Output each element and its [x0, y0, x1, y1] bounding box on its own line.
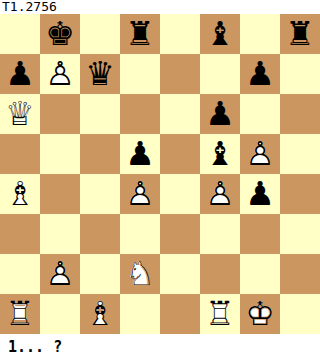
square-e2[interactable] — [160, 254, 200, 294]
square-g2[interactable] — [240, 254, 280, 294]
square-b1[interactable] — [40, 294, 80, 334]
square-h4[interactable] — [280, 174, 320, 214]
white-pawn: ♟♙ — [40, 254, 80, 294]
square-a3[interactable] — [0, 214, 40, 254]
black-bishop: ♝ — [200, 134, 240, 174]
square-d7[interactable] — [120, 54, 160, 94]
square-e1[interactable] — [160, 294, 200, 334]
square-b5[interactable] — [40, 134, 80, 174]
square-h7[interactable] — [280, 54, 320, 94]
square-b7[interactable]: ♟♙ — [40, 54, 80, 94]
square-f6[interactable]: ♟ — [200, 94, 240, 134]
white-pawn: ♟♙ — [120, 174, 160, 214]
white-knight: ♞♘ — [120, 254, 160, 294]
white-king: ♚♔ — [240, 294, 280, 334]
square-a1[interactable]: ♜♖ — [0, 294, 40, 334]
square-f4[interactable]: ♟♙ — [200, 174, 240, 214]
square-a2[interactable] — [0, 254, 40, 294]
square-e6[interactable] — [160, 94, 200, 134]
square-g4[interactable]: ♟ — [240, 174, 280, 214]
white-rook: ♜♖ — [200, 294, 240, 334]
black-rook: ♜ — [120, 14, 160, 54]
square-a8[interactable] — [0, 14, 40, 54]
square-e7[interactable] — [160, 54, 200, 94]
square-d2[interactable]: ♞♘ — [120, 254, 160, 294]
square-g8[interactable] — [240, 14, 280, 54]
black-king: ♚ — [40, 14, 80, 54]
square-h1[interactable] — [280, 294, 320, 334]
square-h5[interactable] — [280, 134, 320, 174]
square-c4[interactable] — [80, 174, 120, 214]
white-pawn: ♟♙ — [200, 174, 240, 214]
square-g3[interactable] — [240, 214, 280, 254]
square-a7[interactable]: ♟ — [0, 54, 40, 94]
square-c3[interactable] — [80, 214, 120, 254]
square-d3[interactable] — [120, 214, 160, 254]
square-h2[interactable] — [280, 254, 320, 294]
square-b3[interactable] — [40, 214, 80, 254]
square-g1[interactable]: ♚♔ — [240, 294, 280, 334]
black-pawn: ♟ — [200, 94, 240, 134]
square-f3[interactable] — [200, 214, 240, 254]
black-pawn: ♟ — [240, 174, 280, 214]
white-rook: ♜♖ — [0, 294, 40, 334]
square-a6[interactable]: ♛♕ — [0, 94, 40, 134]
square-f1[interactable]: ♜♖ — [200, 294, 240, 334]
square-c1[interactable]: ♝♗ — [80, 294, 120, 334]
black-bishop: ♝ — [200, 14, 240, 54]
square-e3[interactable] — [160, 214, 200, 254]
move-prompt: 1... ? — [0, 334, 320, 360]
square-c7[interactable]: ♛ — [80, 54, 120, 94]
black-rook: ♜ — [280, 14, 320, 54]
black-pawn: ♟ — [0, 54, 40, 94]
square-b4[interactable] — [40, 174, 80, 214]
square-h6[interactable] — [280, 94, 320, 134]
square-g5[interactable]: ♟♙ — [240, 134, 280, 174]
chess-board: ♚♜♝♜♟♟♙♛♟♛♕♟♟♝♟♙♝♗♟♙♟♙♟♟♙♞♘♜♖♝♗♜♖♚♔ — [0, 14, 320, 334]
square-c6[interactable] — [80, 94, 120, 134]
square-d5[interactable]: ♟ — [120, 134, 160, 174]
square-g7[interactable]: ♟ — [240, 54, 280, 94]
square-g6[interactable] — [240, 94, 280, 134]
white-queen: ♛♕ — [0, 94, 40, 134]
square-h8[interactable]: ♜ — [280, 14, 320, 54]
square-f8[interactable]: ♝ — [200, 14, 240, 54]
square-c5[interactable] — [80, 134, 120, 174]
white-bishop: ♝♗ — [80, 294, 120, 334]
black-pawn: ♟ — [240, 54, 280, 94]
square-b2[interactable]: ♟♙ — [40, 254, 80, 294]
square-d4[interactable]: ♟♙ — [120, 174, 160, 214]
square-f7[interactable] — [200, 54, 240, 94]
black-pawn: ♟ — [120, 134, 160, 174]
square-f5[interactable]: ♝ — [200, 134, 240, 174]
square-c8[interactable] — [80, 14, 120, 54]
square-e5[interactable] — [160, 134, 200, 174]
square-h3[interactable] — [280, 214, 320, 254]
square-d1[interactable] — [120, 294, 160, 334]
white-pawn: ♟♙ — [240, 134, 280, 174]
square-a5[interactable] — [0, 134, 40, 174]
black-queen: ♛ — [80, 54, 120, 94]
white-pawn: ♟♙ — [40, 54, 80, 94]
square-b8[interactable]: ♚ — [40, 14, 80, 54]
square-b6[interactable] — [40, 94, 80, 134]
square-d8[interactable]: ♜ — [120, 14, 160, 54]
square-e4[interactable] — [160, 174, 200, 214]
square-f2[interactable] — [200, 254, 240, 294]
square-d6[interactable] — [120, 94, 160, 134]
square-a4[interactable]: ♝♗ — [0, 174, 40, 214]
square-e8[interactable] — [160, 14, 200, 54]
square-c2[interactable] — [80, 254, 120, 294]
puzzle-title: T1.2756 — [0, 0, 320, 14]
white-bishop: ♝♗ — [0, 174, 40, 214]
